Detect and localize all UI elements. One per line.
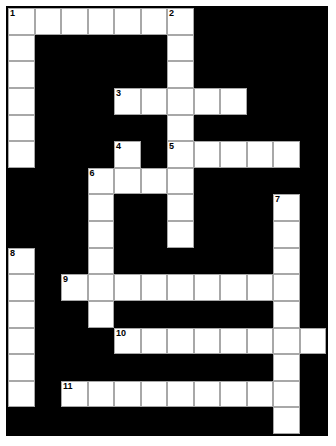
cell-r1-c3[interactable] <box>61 8 88 35</box>
cell-r8-c12-block <box>300 194 327 221</box>
cell-r6-c10[interactable] <box>247 141 274 168</box>
cell-r14-c8-block <box>194 354 221 381</box>
cell-r11-c5[interactable] <box>114 274 141 301</box>
clue-number-11: 11 <box>63 382 73 391</box>
cell-r8-c9-block <box>220 194 247 221</box>
cell-r2-c2-block <box>35 35 62 62</box>
cell-r9-c11[interactable] <box>273 221 300 248</box>
cell-r15-c8[interactable] <box>194 381 221 408</box>
cell-r11-c12-block <box>300 274 327 301</box>
cell-r2-c3-block <box>61 35 88 62</box>
cell-r3-c6-block <box>141 61 168 88</box>
cell-r11-c1[interactable] <box>8 274 35 301</box>
cell-r15-c5[interactable] <box>114 381 141 408</box>
cell-r13-c8[interactable] <box>194 328 221 355</box>
cell-r4-c12-block <box>300 88 327 115</box>
cell-r7-c1-block <box>8 168 35 195</box>
cell-r7-c11-block <box>273 168 300 195</box>
cell-r13-c3-block <box>61 328 88 355</box>
cell-r6-c4-block <box>88 141 115 168</box>
cell-r10-c5-block <box>114 248 141 275</box>
cell-r5-c6-block <box>141 115 168 142</box>
cell-r9-c5-block <box>114 221 141 248</box>
cell-r1-c11-block <box>273 8 300 35</box>
clue-number-6: 6 <box>90 169 95 178</box>
cell-r12-c6-block <box>141 301 168 328</box>
cell-r13-c2-block <box>35 328 62 355</box>
cell-r16-c7-block <box>167 407 194 434</box>
cell-r3-c7[interactable] <box>167 61 194 88</box>
cell-r15-c4[interactable] <box>88 381 115 408</box>
cell-r10-c11[interactable] <box>273 248 300 275</box>
cell-r9-c9-block <box>220 221 247 248</box>
cell-r7-c3-block <box>61 168 88 195</box>
cell-r14-c6-block <box>141 354 168 381</box>
cell-r15-c6[interactable] <box>141 381 168 408</box>
cell-r8-c5-block <box>114 194 141 221</box>
cell-r3-c9-block <box>220 61 247 88</box>
cell-r6-c8[interactable] <box>194 141 221 168</box>
cell-r12-c1[interactable] <box>8 301 35 328</box>
cell-r11-c10[interactable] <box>247 274 274 301</box>
cell-r15-c12-block <box>300 381 327 408</box>
cell-r14-c4-block <box>88 354 115 381</box>
cell-r10-c3-block <box>61 248 88 275</box>
cell-r8-c2-block <box>35 194 62 221</box>
cell-r4-c8[interactable] <box>194 88 221 115</box>
cell-r14-c11[interactable] <box>273 354 300 381</box>
cell-r16-c10-block <box>247 407 274 434</box>
cell-r1-c4[interactable] <box>88 8 115 35</box>
cell-r14-c10-block <box>247 354 274 381</box>
cell-r1-c7[interactable]: 2 <box>167 8 194 35</box>
cell-r4-c5[interactable]: 3 <box>114 88 141 115</box>
cell-r7-c7[interactable] <box>167 168 194 195</box>
cell-r12-c3-block <box>61 301 88 328</box>
cell-r12-c11[interactable] <box>273 301 300 328</box>
cell-r1-c2[interactable] <box>35 8 62 35</box>
cell-r7-c10-block <box>247 168 274 195</box>
cell-r3-c8-block <box>194 61 221 88</box>
clue-number-8: 8 <box>10 249 15 258</box>
cell-r16-c1-block <box>8 407 35 434</box>
cell-r4-c9[interactable] <box>220 88 247 115</box>
cell-r13-c1[interactable] <box>8 328 35 355</box>
cell-r8-c1-block <box>8 194 35 221</box>
clue-number-4: 4 <box>116 142 121 151</box>
cell-r11-c9[interactable] <box>220 274 247 301</box>
cell-r5-c4-block <box>88 115 115 142</box>
cell-r2-c6-block <box>141 35 168 62</box>
cell-r2-c12-block <box>300 35 327 62</box>
cell-r15-c1[interactable] <box>8 381 35 408</box>
cell-r9-c6-block <box>141 221 168 248</box>
cell-r3-c10-block <box>247 61 274 88</box>
cell-r2-c7[interactable] <box>167 35 194 62</box>
cell-r1-c6[interactable] <box>141 8 168 35</box>
cell-r10-c4[interactable] <box>88 248 115 275</box>
clue-number-2: 2 <box>169 9 174 18</box>
cell-r3-c2-block <box>35 61 62 88</box>
cell-r5-c10-block <box>247 115 274 142</box>
cell-r9-c3-block <box>61 221 88 248</box>
cell-r12-c12-block <box>300 301 327 328</box>
cell-r6-c12-block <box>300 141 327 168</box>
cell-r6-c6-block <box>141 141 168 168</box>
clue-number-7: 7 <box>275 195 280 204</box>
cell-r15-c9[interactable] <box>220 381 247 408</box>
crossword-page: 1234567891011 <box>0 0 336 446</box>
cell-r3-c4-block <box>88 61 115 88</box>
cell-r16-c9-block <box>220 407 247 434</box>
cell-r12-c9-block <box>220 301 247 328</box>
cell-r6-c1[interactable] <box>8 141 35 168</box>
cell-r1-c9-block <box>220 8 247 35</box>
crossword-grid: 1234567891011 <box>6 6 328 436</box>
cell-r7-c5[interactable] <box>114 168 141 195</box>
cell-r8-c7[interactable] <box>167 194 194 221</box>
cell-r3-c11-block <box>273 61 300 88</box>
cell-r2-c4-block <box>88 35 115 62</box>
cell-r11-c6[interactable] <box>141 274 168 301</box>
cell-r5-c5-block <box>114 115 141 142</box>
cell-r9-c10-block <box>247 221 274 248</box>
cell-r6-c11[interactable] <box>273 141 300 168</box>
cell-r2-c5-block <box>114 35 141 62</box>
cell-r16-c6-block <box>141 407 168 434</box>
cell-r16-c12-block <box>300 407 327 434</box>
cell-r5-c9-block <box>220 115 247 142</box>
cell-r1-c10-block <box>247 8 274 35</box>
cell-r4-c7[interactable] <box>167 88 194 115</box>
cell-r12-c2-block <box>35 301 62 328</box>
cell-r14-c5-block <box>114 354 141 381</box>
cell-r10-c12-block <box>300 248 327 275</box>
cell-r10-c9-block <box>220 248 247 275</box>
cell-r13-c6[interactable] <box>141 328 168 355</box>
cell-r2-c9-block <box>220 35 247 62</box>
cell-r16-c8-block <box>194 407 221 434</box>
cell-r10-c2-block <box>35 248 62 275</box>
clue-number-5: 5 <box>169 142 174 151</box>
cell-r12-c4[interactable] <box>88 301 115 328</box>
cell-r4-c11-block <box>273 88 300 115</box>
cell-r10-c1[interactable]: 8 <box>8 248 35 275</box>
clue-number-9: 9 <box>63 275 68 284</box>
cell-r10-c8-block <box>194 248 221 275</box>
cell-r6-c5[interactable]: 4 <box>114 141 141 168</box>
cell-r1-c5[interactable] <box>114 8 141 35</box>
cell-r1-c8-block <box>194 8 221 35</box>
cell-r13-c7[interactable] <box>167 328 194 355</box>
cell-r7-c8-block <box>194 168 221 195</box>
cell-r5-c2-block <box>35 115 62 142</box>
cell-r5-c1[interactable] <box>8 115 35 142</box>
cell-r7-c9-block <box>220 168 247 195</box>
cell-r16-c2-block <box>35 407 62 434</box>
cell-r13-c10[interactable] <box>247 328 274 355</box>
cell-r15-c2-block <box>35 381 62 408</box>
cell-r10-c10-block <box>247 248 274 275</box>
cell-r11-c7[interactable] <box>167 274 194 301</box>
cell-r4-c6[interactable] <box>141 88 168 115</box>
cell-r11-c8[interactable] <box>194 274 221 301</box>
clue-number-10: 10 <box>116 329 126 338</box>
cell-r11-c11[interactable] <box>273 274 300 301</box>
cell-r10-c7-block <box>167 248 194 275</box>
cell-r12-c7-block <box>167 301 194 328</box>
cell-r3-c5-block <box>114 61 141 88</box>
cell-r2-c8-block <box>194 35 221 62</box>
cell-r9-c7[interactable] <box>167 221 194 248</box>
cell-r15-c3[interactable]: 11 <box>61 381 88 408</box>
cell-r4-c10-block <box>247 88 274 115</box>
cell-r2-c10-block <box>247 35 274 62</box>
cell-r7-c4[interactable]: 6 <box>88 168 115 195</box>
cell-r3-c12-block <box>300 61 327 88</box>
cell-r8-c4[interactable] <box>88 194 115 221</box>
cell-r13-c11[interactable] <box>273 328 300 355</box>
cell-r4-c2-block <box>35 88 62 115</box>
cell-r5-c11-block <box>273 115 300 142</box>
cell-r1-c1[interactable]: 1 <box>8 8 35 35</box>
cell-r9-c8-block <box>194 221 221 248</box>
cell-r14-c9-block <box>220 354 247 381</box>
cell-r7-c2-block <box>35 168 62 195</box>
clue-number-3: 3 <box>116 89 121 98</box>
cell-r6-c7[interactable]: 5 <box>167 141 194 168</box>
cell-r7-c6[interactable] <box>141 168 168 195</box>
cell-r8-c10-block <box>247 194 274 221</box>
cell-r14-c2-block <box>35 354 62 381</box>
cell-r14-c7-block <box>167 354 194 381</box>
cell-r4-c1[interactable] <box>8 88 35 115</box>
cell-r11-c2-block <box>35 274 62 301</box>
cell-r8-c11[interactable]: 7 <box>273 194 300 221</box>
cell-r5-c7[interactable] <box>167 115 194 142</box>
cell-r13-c4-block <box>88 328 115 355</box>
cell-r11-c3[interactable]: 9 <box>61 274 88 301</box>
cell-r8-c3-block <box>61 194 88 221</box>
cell-r3-c1[interactable] <box>8 61 35 88</box>
cell-r8-c6-block <box>141 194 168 221</box>
cell-r11-c4[interactable] <box>88 274 115 301</box>
cell-r16-c5-block <box>114 407 141 434</box>
cell-r1-c12-block <box>300 8 327 35</box>
cell-r6-c3-block <box>61 141 88 168</box>
cell-r4-c4-block <box>88 88 115 115</box>
cell-r14-c1[interactable] <box>8 354 35 381</box>
cell-r2-c1[interactable] <box>8 35 35 62</box>
cell-r15-c10[interactable] <box>247 381 274 408</box>
cell-r5-c12-block <box>300 115 327 142</box>
cell-r16-c4-block <box>88 407 115 434</box>
cell-r14-c12-block <box>300 354 327 381</box>
cell-r9-c4[interactable] <box>88 221 115 248</box>
cell-r8-c8-block <box>194 194 221 221</box>
cell-r14-c3-block <box>61 354 88 381</box>
cell-r16-c3-block <box>61 407 88 434</box>
cell-r15-c7[interactable] <box>167 381 194 408</box>
cell-r3-c3-block <box>61 61 88 88</box>
cell-r12-c5-block <box>114 301 141 328</box>
cell-r9-c1-block <box>8 221 35 248</box>
cell-r7-c12-block <box>300 168 327 195</box>
cell-r13-c9[interactable] <box>220 328 247 355</box>
cell-r5-c8-block <box>194 115 221 142</box>
cell-r10-c6-block <box>141 248 168 275</box>
cell-r16-c11[interactable] <box>273 407 300 434</box>
cell-r12-c8-block <box>194 301 221 328</box>
cell-r5-c3-block <box>61 115 88 142</box>
cell-r9-c2-block <box>35 221 62 248</box>
cell-r9-c12-block <box>300 221 327 248</box>
cell-r4-c3-block <box>61 88 88 115</box>
cell-r15-c11[interactable] <box>273 381 300 408</box>
cell-r2-c11-block <box>273 35 300 62</box>
cell-r6-c2-block <box>35 141 62 168</box>
clue-number-1: 1 <box>10 9 15 18</box>
cell-r6-c9[interactable] <box>220 141 247 168</box>
cell-r13-c12[interactable] <box>300 328 327 355</box>
cell-r13-c5[interactable]: 10 <box>114 328 141 355</box>
cell-r12-c10-block <box>247 301 274 328</box>
